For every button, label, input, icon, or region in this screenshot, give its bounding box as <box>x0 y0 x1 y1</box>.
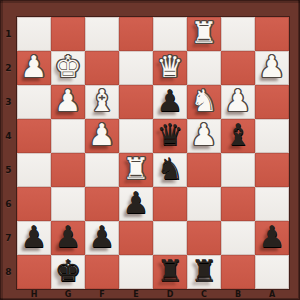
white-pawn-c4[interactable]: ♟ <box>191 118 218 152</box>
rank-label-7: 7 <box>0 221 17 255</box>
rank-label-4: 4 <box>0 119 17 153</box>
file-label-b: B <box>221 289 255 300</box>
square-a8[interactable] <box>255 255 289 289</box>
white-rook-c1[interactable]: ♜ <box>191 16 218 50</box>
black-rook-c8[interactable]: ♜ <box>191 254 218 288</box>
black-rook-d8[interactable]: ♜ <box>157 254 184 288</box>
black-knight-d5[interactable]: ♞ <box>157 152 184 186</box>
file-label-f: F <box>85 289 119 300</box>
white-bishop-f3[interactable]: ♝ <box>89 84 116 118</box>
square-f2[interactable] <box>85 51 119 85</box>
file-label-d: D <box>153 289 187 300</box>
square-c8[interactable]: ♜ <box>187 255 221 289</box>
square-b7[interactable] <box>221 221 255 255</box>
square-b5[interactable] <box>221 153 255 187</box>
file-label-g: G <box>51 289 85 300</box>
file-label-h: H <box>17 289 51 300</box>
square-f6[interactable] <box>85 187 119 221</box>
square-c2[interactable] <box>187 51 221 85</box>
square-b1[interactable] <box>221 17 255 51</box>
white-pawn-b3[interactable]: ♟ <box>225 84 252 118</box>
square-g2[interactable]: ♚ <box>51 51 85 85</box>
square-a5[interactable] <box>255 153 289 187</box>
square-g6[interactable] <box>51 187 85 221</box>
square-e8[interactable] <box>119 255 153 289</box>
square-f5[interactable] <box>85 153 119 187</box>
square-c6[interactable] <box>187 187 221 221</box>
square-g1[interactable] <box>51 17 85 51</box>
black-king-g8[interactable]: ♚ <box>55 254 82 288</box>
file-label-e: E <box>119 289 153 300</box>
rank-label-6: 6 <box>0 187 17 221</box>
square-g4[interactable] <box>51 119 85 153</box>
square-c3[interactable]: ♞ <box>187 85 221 119</box>
square-a6[interactable] <box>255 187 289 221</box>
square-h2[interactable]: ♟ <box>17 51 51 85</box>
square-f3[interactable]: ♝ <box>85 85 119 119</box>
square-c4[interactable]: ♟ <box>187 119 221 153</box>
square-f4[interactable]: ♟ <box>85 119 119 153</box>
square-a3[interactable] <box>255 85 289 119</box>
black-pawn-a7[interactable]: ♟ <box>259 220 286 254</box>
square-a1[interactable] <box>255 17 289 51</box>
square-d7[interactable] <box>153 221 187 255</box>
square-b2[interactable] <box>221 51 255 85</box>
square-d8[interactable]: ♜ <box>153 255 187 289</box>
square-c7[interactable] <box>187 221 221 255</box>
square-a7[interactable]: ♟ <box>255 221 289 255</box>
black-pawn-g7[interactable]: ♟ <box>55 220 82 254</box>
white-king-g2[interactable]: ♚ <box>55 50 82 84</box>
square-b4[interactable]: ♝ <box>221 119 255 153</box>
square-g5[interactable] <box>51 153 85 187</box>
rank-label-2: 2 <box>0 51 17 85</box>
square-c1[interactable]: ♜ <box>187 17 221 51</box>
square-b8[interactable] <box>221 255 255 289</box>
black-bishop-b4[interactable]: ♝ <box>225 118 252 152</box>
square-h7[interactable]: ♟ <box>17 221 51 255</box>
square-a4[interactable] <box>255 119 289 153</box>
square-h6[interactable] <box>17 187 51 221</box>
square-h4[interactable] <box>17 119 51 153</box>
square-h3[interactable] <box>17 85 51 119</box>
black-pawn-d3[interactable]: ♟ <box>157 84 184 118</box>
square-g7[interactable]: ♟ <box>51 221 85 255</box>
square-f1[interactable] <box>85 17 119 51</box>
white-pawn-g3[interactable]: ♟ <box>55 84 82 118</box>
square-g8[interactable]: ♚ <box>51 255 85 289</box>
rank-label-3: 3 <box>0 85 17 119</box>
white-pawn-a2[interactable]: ♟ <box>259 50 286 84</box>
square-e4[interactable] <box>119 119 153 153</box>
square-e3[interactable] <box>119 85 153 119</box>
square-e5[interactable]: ♜ <box>119 153 153 187</box>
square-b3[interactable]: ♟ <box>221 85 255 119</box>
rank-label-1: 1 <box>0 17 17 51</box>
black-queen-d4[interactable]: ♛ <box>157 118 184 152</box>
rank-label-5: 5 <box>0 153 17 187</box>
square-h5[interactable] <box>17 153 51 187</box>
square-h8[interactable] <box>17 255 51 289</box>
black-pawn-h7[interactable]: ♟ <box>21 220 48 254</box>
square-e2[interactable] <box>119 51 153 85</box>
file-labels: HGFEDCBA <box>17 289 289 300</box>
square-a2[interactable]: ♟ <box>255 51 289 85</box>
square-c5[interactable] <box>187 153 221 187</box>
rank-labels: 12345678 <box>0 17 17 289</box>
square-e1[interactable] <box>119 17 153 51</box>
square-d4[interactable]: ♛ <box>153 119 187 153</box>
white-knight-c3[interactable]: ♞ <box>191 84 218 118</box>
chess-board-frame: 12345678 ♜♟♚♛♟♟♝♟♞♟♟♛♟♝♜♞♟♟♟♟♟♚♜♜ HGFEDC… <box>0 0 300 300</box>
square-d6[interactable] <box>153 187 187 221</box>
file-label-a: A <box>255 289 289 300</box>
square-d1[interactable] <box>153 17 187 51</box>
white-queen-d2[interactable]: ♛ <box>157 50 184 84</box>
square-f8[interactable] <box>85 255 119 289</box>
square-e7[interactable] <box>119 221 153 255</box>
chess-board[interactable]: ♜♟♚♛♟♟♝♟♞♟♟♛♟♝♜♞♟♟♟♟♟♚♜♜ <box>17 17 289 289</box>
square-d3[interactable]: ♟ <box>153 85 187 119</box>
black-pawn-e6[interactable]: ♟ <box>123 186 150 220</box>
square-d2[interactable]: ♛ <box>153 51 187 85</box>
black-pawn-f7[interactable]: ♟ <box>89 220 116 254</box>
square-e6[interactable]: ♟ <box>119 187 153 221</box>
square-f7[interactable]: ♟ <box>85 221 119 255</box>
square-b6[interactable] <box>221 187 255 221</box>
square-g3[interactable]: ♟ <box>51 85 85 119</box>
white-rook-e5[interactable]: ♜ <box>123 152 150 186</box>
square-d5[interactable]: ♞ <box>153 153 187 187</box>
square-h1[interactable] <box>17 17 51 51</box>
file-label-c: C <box>187 289 221 300</box>
rank-label-8: 8 <box>0 255 17 289</box>
white-pawn-f4[interactable]: ♟ <box>89 118 116 152</box>
white-pawn-h2[interactable]: ♟ <box>21 50 48 84</box>
